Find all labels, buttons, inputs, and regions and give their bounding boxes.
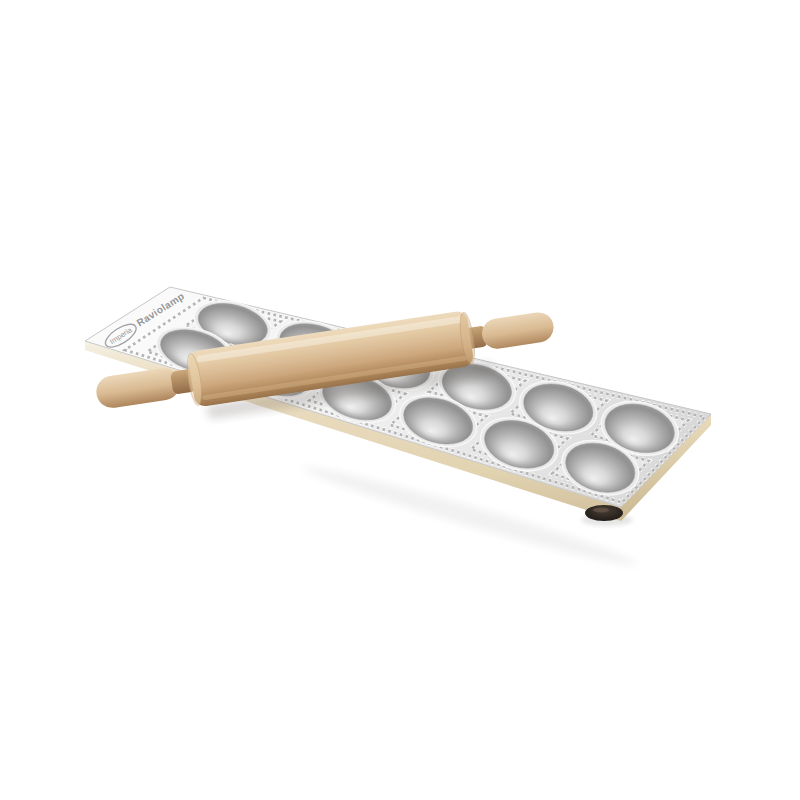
product-photo: Imperia Imperia Raviolamp Raviolamp	[0, 0, 800, 800]
scene-svg: Imperia Imperia Raviolamp Raviolamp	[0, 0, 800, 800]
tray-foot	[585, 505, 623, 521]
rolling-pin-right-handle	[480, 310, 556, 350]
tray-foot-highlight	[593, 508, 609, 513]
rolling-pin-left-handle	[94, 366, 182, 410]
ravioli-tray: Imperia Imperia Raviolamp Raviolamp	[85, 287, 711, 507]
